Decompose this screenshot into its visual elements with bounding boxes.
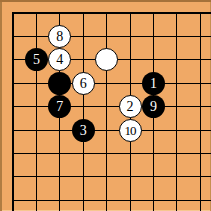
stone-black-1: 1: [142, 72, 165, 95]
grid-line-vertical: [106, 12, 107, 211]
stone-white-10: 10: [119, 119, 142, 142]
stone-black-7: 7: [48, 95, 71, 118]
board-edge-left: [12, 12, 14, 211]
stone-white-8: 8: [48, 25, 71, 48]
stone-black-3: 3: [72, 119, 95, 142]
grid-line-horizontal: [12, 130, 211, 131]
grid-line-horizontal: [12, 83, 211, 84]
grid-line-vertical: [36, 12, 37, 211]
grid-line-vertical: [83, 12, 84, 211]
grid-line-horizontal: [12, 153, 211, 154]
grid-line-horizontal: [12, 36, 211, 37]
stone-white-6: 6: [72, 72, 95, 95]
stone-white-4: 4: [48, 48, 71, 71]
grid-line-horizontal: [12, 200, 211, 201]
grid-line-horizontal: [12, 106, 211, 107]
stone-white-plain: [95, 48, 118, 71]
grid-line-horizontal: [12, 176, 211, 177]
stone-white-2: 2: [119, 95, 142, 118]
board-edge-top: [12, 12, 211, 14]
stone-black-9: 9: [142, 95, 165, 118]
stone-black-5: 5: [25, 48, 48, 71]
grid-line-vertical: [200, 12, 201, 211]
go-board: 85461729310: [0, 0, 211, 211]
stone-black-plain: [48, 72, 71, 95]
grid-line-vertical: [176, 12, 177, 211]
